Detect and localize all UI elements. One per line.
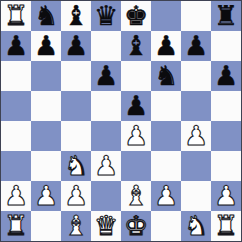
white-pawn: ♟ bbox=[4, 182, 28, 209]
square-e5[interactable]: ♟ bbox=[121, 91, 151, 121]
square-g1[interactable]: ♞ bbox=[181, 211, 211, 241]
square-f3[interactable] bbox=[151, 151, 181, 181]
black-rook: ♜ bbox=[214, 2, 238, 29]
white-queen: ♛ bbox=[94, 212, 118, 239]
square-d5[interactable] bbox=[91, 91, 121, 121]
square-h7[interactable] bbox=[211, 31, 241, 61]
square-d2[interactable] bbox=[91, 181, 121, 211]
square-d6[interactable]: ♟ bbox=[91, 61, 121, 91]
square-g4[interactable]: ♟ bbox=[181, 121, 211, 151]
square-d3[interactable]: ♟ bbox=[91, 151, 121, 181]
chess-board: ♜♞♝♛♚♜♟♟♟♝♟♟♟♞♟♟♟♟♞♟♟♟♟♝♟♟♜♝♛♚♞♜ bbox=[1, 1, 241, 241]
square-a3[interactable] bbox=[1, 151, 31, 181]
white-pawn: ♟ bbox=[214, 182, 238, 209]
black-pawn: ♟ bbox=[124, 92, 148, 119]
black-pawn: ♟ bbox=[184, 32, 208, 59]
black-bishop: ♝ bbox=[64, 2, 88, 29]
square-b7[interactable]: ♟ bbox=[31, 31, 61, 61]
square-d4[interactable] bbox=[91, 121, 121, 151]
square-a2[interactable]: ♟ bbox=[1, 181, 31, 211]
square-h6[interactable]: ♟ bbox=[211, 61, 241, 91]
black-king: ♚ bbox=[124, 2, 148, 29]
square-g5[interactable] bbox=[181, 91, 211, 121]
square-h8[interactable]: ♜ bbox=[211, 1, 241, 31]
square-h2[interactable]: ♟ bbox=[211, 181, 241, 211]
square-e3[interactable] bbox=[121, 151, 151, 181]
square-c3[interactable]: ♞ bbox=[61, 151, 91, 181]
square-b4[interactable] bbox=[31, 121, 61, 151]
square-f5[interactable] bbox=[151, 91, 181, 121]
square-f4[interactable] bbox=[151, 121, 181, 151]
square-c2[interactable]: ♟ bbox=[61, 181, 91, 211]
white-pawn: ♟ bbox=[184, 122, 208, 149]
black-queen: ♛ bbox=[94, 2, 118, 29]
square-g2[interactable] bbox=[181, 181, 211, 211]
square-h5[interactable] bbox=[211, 91, 241, 121]
square-e4[interactable]: ♟ bbox=[121, 121, 151, 151]
square-f7[interactable]: ♟ bbox=[151, 31, 181, 61]
white-pawn: ♟ bbox=[124, 122, 148, 149]
square-c1[interactable]: ♝ bbox=[61, 211, 91, 241]
square-f2[interactable]: ♟ bbox=[151, 181, 181, 211]
square-a8[interactable]: ♜ bbox=[1, 1, 31, 31]
square-f6[interactable]: ♞ bbox=[151, 61, 181, 91]
black-knight: ♞ bbox=[34, 2, 58, 29]
black-pawn: ♟ bbox=[154, 32, 178, 59]
square-d8[interactable]: ♛ bbox=[91, 1, 121, 31]
chess-board-frame: ♜♞♝♛♚♜♟♟♟♝♟♟♟♞♟♟♟♟♞♟♟♟♟♝♟♟♜♝♛♚♞♜ bbox=[0, 0, 242, 242]
square-e7[interactable]: ♝ bbox=[121, 31, 151, 61]
square-h1[interactable]: ♜ bbox=[211, 211, 241, 241]
square-a4[interactable] bbox=[1, 121, 31, 151]
square-e6[interactable] bbox=[121, 61, 151, 91]
white-king: ♚ bbox=[124, 212, 148, 239]
black-knight: ♞ bbox=[154, 62, 178, 89]
square-c6[interactable] bbox=[61, 61, 91, 91]
white-pawn: ♟ bbox=[34, 182, 58, 209]
black-pawn: ♟ bbox=[34, 32, 58, 59]
white-knight: ♞ bbox=[184, 212, 208, 239]
white-pawn: ♟ bbox=[154, 182, 178, 209]
square-f1[interactable] bbox=[151, 211, 181, 241]
square-a6[interactable] bbox=[1, 61, 31, 91]
square-e8[interactable]: ♚ bbox=[121, 1, 151, 31]
black-pawn: ♟ bbox=[214, 62, 238, 89]
black-pawn: ♟ bbox=[94, 62, 118, 89]
white-knight: ♞ bbox=[64, 152, 88, 179]
square-g3[interactable] bbox=[181, 151, 211, 181]
square-a5[interactable] bbox=[1, 91, 31, 121]
square-d7[interactable] bbox=[91, 31, 121, 61]
white-rook: ♜ bbox=[4, 2, 28, 29]
black-pawn: ♟ bbox=[64, 32, 88, 59]
square-c4[interactable] bbox=[61, 121, 91, 151]
square-c5[interactable] bbox=[61, 91, 91, 121]
square-f8[interactable] bbox=[151, 1, 181, 31]
white-pawn: ♟ bbox=[94, 152, 118, 179]
white-bishop: ♝ bbox=[64, 212, 88, 239]
square-c8[interactable]: ♝ bbox=[61, 1, 91, 31]
square-c7[interactable]: ♟ bbox=[61, 31, 91, 61]
black-bishop: ♝ bbox=[124, 32, 148, 59]
square-a1[interactable]: ♜ bbox=[1, 211, 31, 241]
white-bishop: ♝ bbox=[124, 182, 148, 209]
square-h3[interactable] bbox=[211, 151, 241, 181]
square-h4[interactable] bbox=[211, 121, 241, 151]
white-pawn: ♟ bbox=[64, 182, 88, 209]
square-b1[interactable] bbox=[31, 211, 61, 241]
square-b5[interactable] bbox=[31, 91, 61, 121]
square-b2[interactable]: ♟ bbox=[31, 181, 61, 211]
square-b8[interactable]: ♞ bbox=[31, 1, 61, 31]
square-b6[interactable] bbox=[31, 61, 61, 91]
square-g8[interactable] bbox=[181, 1, 211, 31]
white-rook: ♜ bbox=[214, 212, 238, 239]
square-e2[interactable]: ♝ bbox=[121, 181, 151, 211]
square-d1[interactable]: ♛ bbox=[91, 211, 121, 241]
square-g7[interactable]: ♟ bbox=[181, 31, 211, 61]
square-a7[interactable]: ♟ bbox=[1, 31, 31, 61]
square-b3[interactable] bbox=[31, 151, 61, 181]
black-pawn: ♟ bbox=[4, 32, 28, 59]
square-g6[interactable] bbox=[181, 61, 211, 91]
white-rook: ♜ bbox=[4, 212, 28, 239]
square-e1[interactable]: ♚ bbox=[121, 211, 151, 241]
